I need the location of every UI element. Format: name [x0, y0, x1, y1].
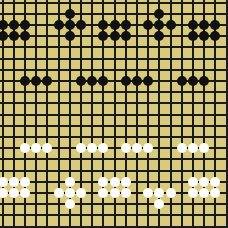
white-stone[interactable]	[87, 143, 97, 153]
white-stone[interactable]	[98, 177, 108, 187]
black-stone[interactable]	[143, 76, 153, 86]
black-stone[interactable]	[76, 20, 86, 30]
white-stone[interactable]	[20, 143, 30, 153]
black-stone[interactable]	[154, 20, 164, 30]
black-stone[interactable]	[110, 20, 120, 30]
white-stone[interactable]	[0, 177, 8, 187]
white-stone[interactable]	[166, 188, 176, 198]
white-stone[interactable]	[76, 188, 86, 198]
black-stone[interactable]	[210, 20, 220, 30]
black-stone[interactable]	[98, 76, 108, 86]
white-stone[interactable]	[31, 143, 41, 153]
black-stone[interactable]	[65, 31, 75, 41]
white-stone[interactable]	[42, 143, 52, 153]
grid-line-vertical	[91, 0, 93, 228]
black-stone[interactable]	[121, 20, 131, 30]
white-stone[interactable]	[65, 199, 75, 209]
grid-line-vertical	[46, 0, 48, 228]
black-stone[interactable]	[20, 76, 30, 86]
black-stone[interactable]	[9, 20, 19, 30]
white-stone[interactable]	[65, 188, 75, 198]
black-stone[interactable]	[188, 31, 198, 41]
white-stone[interactable]	[188, 177, 198, 187]
white-stone[interactable]	[76, 143, 86, 153]
white-stone[interactable]	[98, 188, 108, 198]
white-stone[interactable]	[188, 188, 198, 198]
white-stone[interactable]	[154, 199, 164, 209]
black-stone[interactable]	[121, 31, 131, 41]
white-stone[interactable]	[110, 177, 120, 187]
black-stone[interactable]	[20, 20, 30, 30]
white-stone[interactable]	[199, 143, 209, 153]
black-stone[interactable]	[199, 31, 209, 41]
white-stone[interactable]	[188, 143, 198, 153]
black-stone[interactable]	[42, 76, 52, 86]
white-stone[interactable]	[121, 143, 131, 153]
white-stone[interactable]	[110, 188, 120, 198]
white-stone[interactable]	[199, 188, 209, 198]
grid-line-vertical	[35, 0, 37, 228]
black-stone[interactable]	[0, 20, 8, 30]
go-board[interactable]	[0, 0, 228, 228]
white-stone[interactable]	[154, 188, 164, 198]
black-stone[interactable]	[0, 31, 8, 41]
black-stone[interactable]	[143, 20, 153, 30]
black-stone[interactable]	[199, 20, 209, 30]
black-stone[interactable]	[98, 31, 108, 41]
white-stone[interactable]	[177, 143, 187, 153]
black-stone[interactable]	[31, 76, 41, 86]
black-stone[interactable]	[87, 76, 97, 86]
white-stone[interactable]	[98, 143, 108, 153]
black-stone[interactable]	[132, 76, 142, 86]
black-stone[interactable]	[54, 20, 64, 30]
black-stone[interactable]	[166, 20, 176, 30]
white-stone[interactable]	[210, 188, 220, 198]
black-stone[interactable]	[65, 20, 75, 30]
black-stone[interactable]	[110, 31, 120, 41]
black-stone[interactable]	[154, 31, 164, 41]
white-stone[interactable]	[20, 177, 30, 187]
black-stone[interactable]	[98, 20, 108, 30]
black-stone[interactable]	[188, 76, 198, 86]
white-stone[interactable]	[9, 177, 19, 187]
black-stone[interactable]	[121, 76, 131, 86]
white-stone[interactable]	[210, 177, 220, 187]
white-stone[interactable]	[9, 188, 19, 198]
white-stone[interactable]	[143, 143, 153, 153]
white-stone[interactable]	[143, 188, 153, 198]
white-stone[interactable]	[0, 188, 8, 198]
white-stone[interactable]	[65, 177, 75, 187]
white-stone[interactable]	[132, 143, 142, 153]
white-stone[interactable]	[121, 177, 131, 187]
white-stone[interactable]	[121, 188, 131, 198]
black-stone[interactable]	[65, 9, 75, 19]
black-stone[interactable]	[188, 20, 198, 30]
grid-line-vertical	[226, 0, 228, 228]
white-stone[interactable]	[54, 188, 64, 198]
grid-line-vertical	[181, 0, 183, 228]
black-stone[interactable]	[199, 76, 209, 86]
black-stone[interactable]	[76, 76, 86, 86]
black-stone[interactable]	[9, 31, 19, 41]
black-stone[interactable]	[210, 31, 220, 41]
black-stone[interactable]	[177, 76, 187, 86]
black-stone[interactable]	[20, 31, 30, 41]
grid-line-vertical	[136, 0, 138, 228]
white-stone[interactable]	[20, 188, 30, 198]
white-stone[interactable]	[199, 177, 209, 187]
black-stone[interactable]	[154, 9, 164, 19]
